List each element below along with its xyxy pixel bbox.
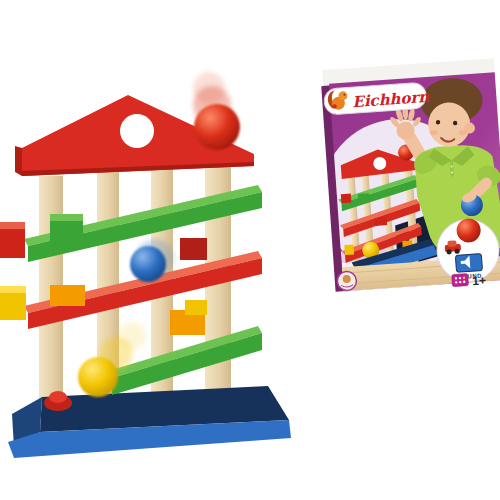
stop-block-red-left	[0, 225, 25, 258]
retail-box: SOUND 1+ Eichh	[312, 58, 500, 298]
mini-block-green	[358, 193, 370, 202]
stop-block-orange-mid	[50, 285, 85, 306]
stop-block-yellow-right	[185, 300, 207, 315]
stop-block-red-left-top	[0, 222, 25, 229]
scene-svg: SOUND 1+ Eichh	[0, 0, 500, 500]
product-screenshot: SOUND 1+ Eichh	[0, 0, 500, 500]
yellow-ball-main	[78, 357, 118, 397]
ball-track-toy	[0, 72, 291, 458]
quality-badge	[337, 271, 357, 291]
stop-block-yellow-left	[0, 290, 26, 320]
roof-side-edge	[15, 146, 22, 176]
red-ball	[193, 72, 240, 150]
mini-block-red2	[375, 217, 388, 226]
blue-ball-main	[130, 246, 166, 282]
mini-block-yellow	[344, 244, 354, 255]
red-ball-main	[194, 104, 240, 150]
bell-knob-cap	[49, 391, 67, 403]
stop-block-green-top	[50, 214, 83, 221]
age-label: 1+	[472, 273, 487, 288]
brand-dots-badge	[452, 274, 469, 287]
stop-block-yellow-left-top	[0, 286, 26, 293]
roof-hole	[120, 114, 154, 148]
stop-block-darkred-right	[180, 238, 207, 260]
mini-block-red	[341, 194, 352, 204]
